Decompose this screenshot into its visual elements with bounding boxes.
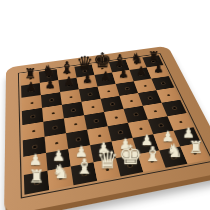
square-h5 — [156, 87, 180, 102]
square-b2: ♟ — [46, 149, 71, 171]
piece-black-rook-h8: ♜ — [148, 51, 160, 64]
product-photo: ♜♞♝♛♚♝♞♜♟♟♟♟♟♟♟♟♟♟♟♟♟♟♟♟♜♞♝♛♚♝♞♜ — [0, 0, 210, 210]
chess-board: ♜♞♝♛♚♝♞♜♟♟♟♟♟♟♟♟♟♟♟♟♟♟♟♟♜♞♝♛♚♝♞♜ — [4, 46, 210, 210]
piece-white-knight-g1: ♞ — [167, 143, 183, 161]
piece-black-rook-a8: ♜ — [24, 67, 36, 81]
scene: ♜♞♝♛♚♝♞♜♟♟♟♟♟♟♟♟♟♟♟♟♟♟♟♟♜♞♝♛♚♝♞♜ — [0, 0, 210, 210]
square-d1: ♛ — [94, 158, 121, 181]
piece-white-pawn-b2: ♟ — [52, 149, 65, 164]
piece-black-bishop-c8: ♝ — [60, 60, 75, 76]
board-grid: ♜♞♝♛♚♝♞♜♟♟♟♟♟♟♟♟♟♟♟♟♟♟♟♟♜♞♝♛♚♝♞♜ — [21, 55, 209, 195]
piece-white-pawn-g2: ♟ — [162, 130, 175, 144]
piece-black-knight-b8: ♞ — [42, 64, 55, 79]
piece-white-pawn-a2: ♟ — [29, 153, 42, 168]
square-h4 — [162, 100, 187, 116]
square-c6 — [60, 89, 81, 104]
square-h6 — [151, 76, 174, 90]
square-a6 — [21, 95, 42, 111]
piece-white-pawn-c2: ♟ — [75, 145, 88, 160]
piece-white-pawn-f2: ♟ — [141, 133, 154, 147]
square-a1: ♜ — [24, 171, 49, 195]
square-c2: ♟ — [68, 145, 93, 166]
piece-white-pawn-e2: ♟ — [119, 137, 132, 151]
piece-black-king-e8: ♚ — [93, 50, 111, 70]
square-b1: ♞ — [48, 166, 74, 190]
square-b3 — [45, 133, 69, 153]
piece-black-bishop-f8: ♝ — [113, 52, 127, 68]
piece-white-pawn-h2: ♟ — [182, 126, 195, 140]
piece-white-pawn-d2: ♟ — [97, 141, 110, 156]
piece-black-knight-g8: ♞ — [131, 52, 144, 66]
board-frame-line: ♜♞♝♛♚♝♞♜♟♟♟♟♟♟♟♟♟♟♟♟♟♟♟♟♜♞♝♛♚♝♞♜ — [18, 53, 210, 198]
